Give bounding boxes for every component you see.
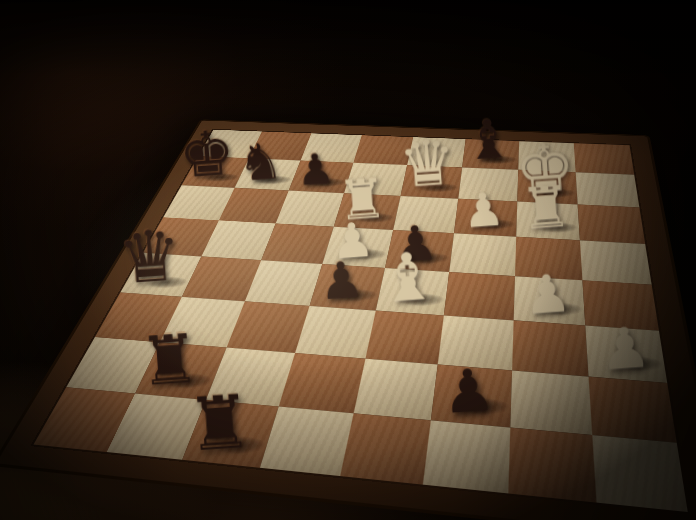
square-f1[interactable] [423,420,510,493]
piece-black-knight-b7[interactable]: ♞ [236,135,285,189]
piece-black-rook-c1[interactable]: ♜ [184,385,254,462]
square-a8[interactable] [198,130,262,159]
square-f5[interactable] [449,233,516,276]
square-h1[interactable] [592,435,687,512]
piece-white-bishop-e4[interactable]: ♝ [376,242,440,312]
square-e7[interactable]: ♛ [401,165,463,199]
square-g8[interactable] [518,141,575,172]
piece-white-pawn-f6[interactable]: ♟ [461,185,505,234]
square-f8[interactable]: ♝ [462,139,519,170]
piece-shadow [522,185,589,200]
piece-black-queen-a4[interactable]: ♛ [116,219,184,294]
square-c1[interactable]: ♜ [182,400,279,468]
piece-shadow [294,175,360,189]
square-g1[interactable] [508,428,596,503]
square-a7[interactable]: ♚ [182,156,249,188]
piece-white-rook-g6[interactable]: ♜ [519,178,573,238]
square-e4[interactable]: ♝ [376,268,449,315]
square-h6[interactable] [578,205,646,244]
piece-shadow [467,153,531,166]
square-b5[interactable] [201,220,275,260]
square-d2[interactable] [279,353,366,413]
piece-shadow [406,180,473,195]
piece-shadow [188,170,253,184]
square-h7[interactable] [576,172,640,207]
square-e8[interactable] [407,137,465,167]
square-h2[interactable] [589,377,677,443]
square-f6[interactable]: ♟ [454,199,517,237]
square-d8[interactable] [353,135,413,165]
piece-black-bishop-f8[interactable]: ♝ [462,112,514,169]
square-d4[interactable]: ♟ [310,264,385,311]
square-b7[interactable]: ♞ [235,158,301,190]
square-d7[interactable] [344,163,407,196]
piece-black-king-a7[interactable]: ♚ [177,121,237,187]
square-e1[interactable] [340,413,431,484]
square-d3[interactable] [295,306,376,359]
chess-scene: ♝♚♞♟♛♚♜♟♜♟♟♛♟♝♟♟♜♟♜ [0,0,696,520]
square-g4[interactable]: ♟ [514,276,586,325]
square-f4[interactable] [444,272,515,320]
square-h5[interactable] [580,240,652,284]
square-f7[interactable] [458,167,518,201]
square-b6[interactable] [219,188,289,224]
piece-shadow [521,219,592,236]
square-c7[interactable]: ♟ [289,161,354,194]
perspective-scene: ♝♚♞♟♛♚♜♟♜♟♟♛♟♝♟♟♜♟♜ [0,0,696,520]
piece-white-king-g7[interactable]: ♚ [513,133,577,203]
square-f2[interactable]: ♟ [431,364,512,427]
board-frame: ♝♚♞♟♛♚♜♟♜♟♟♛♟♝♟♟♜♟♜ [0,121,696,520]
square-g3[interactable] [512,320,588,376]
piece-shadow [240,173,306,187]
square-e3[interactable] [365,311,443,365]
piece-shadow [459,216,529,233]
square-a1[interactable] [34,387,136,452]
piece-black-pawn-d4[interactable]: ♟ [317,254,366,307]
square-h3[interactable]: ♟ [585,325,667,382]
square-h8[interactable] [574,143,634,175]
board-tilt-wrapper: ♝♚♞♟♛♚♜♟♜♟♟♛♟♝♟♟♜♟♜ [0,0,696,520]
chess-board[interactable]: ♝♚♞♟♛♚♜♟♜♟♟♛♟♝♟♟♜♟♜ [34,130,688,512]
square-e2[interactable] [354,359,438,421]
square-c8[interactable] [301,133,362,162]
square-g6[interactable]: ♜ [516,202,580,241]
square-d6[interactable]: ♜ [334,193,401,230]
piece-white-pawn-h3[interactable]: ♟ [598,318,653,378]
piece-white-pawn-g4[interactable]: ♟ [522,266,573,322]
piece-white-rook-d6[interactable]: ♜ [336,170,388,228]
piece-black-pawn-f2[interactable]: ♟ [440,360,497,422]
square-c6[interactable] [276,190,344,226]
square-g7[interactable]: ♚ [517,170,577,205]
piece-black-pawn-c7[interactable]: ♟ [295,146,336,191]
piece-white-queen-e7[interactable]: ♛ [397,130,458,197]
square-b8[interactable] [249,131,311,160]
square-g2[interactable] [510,370,592,435]
